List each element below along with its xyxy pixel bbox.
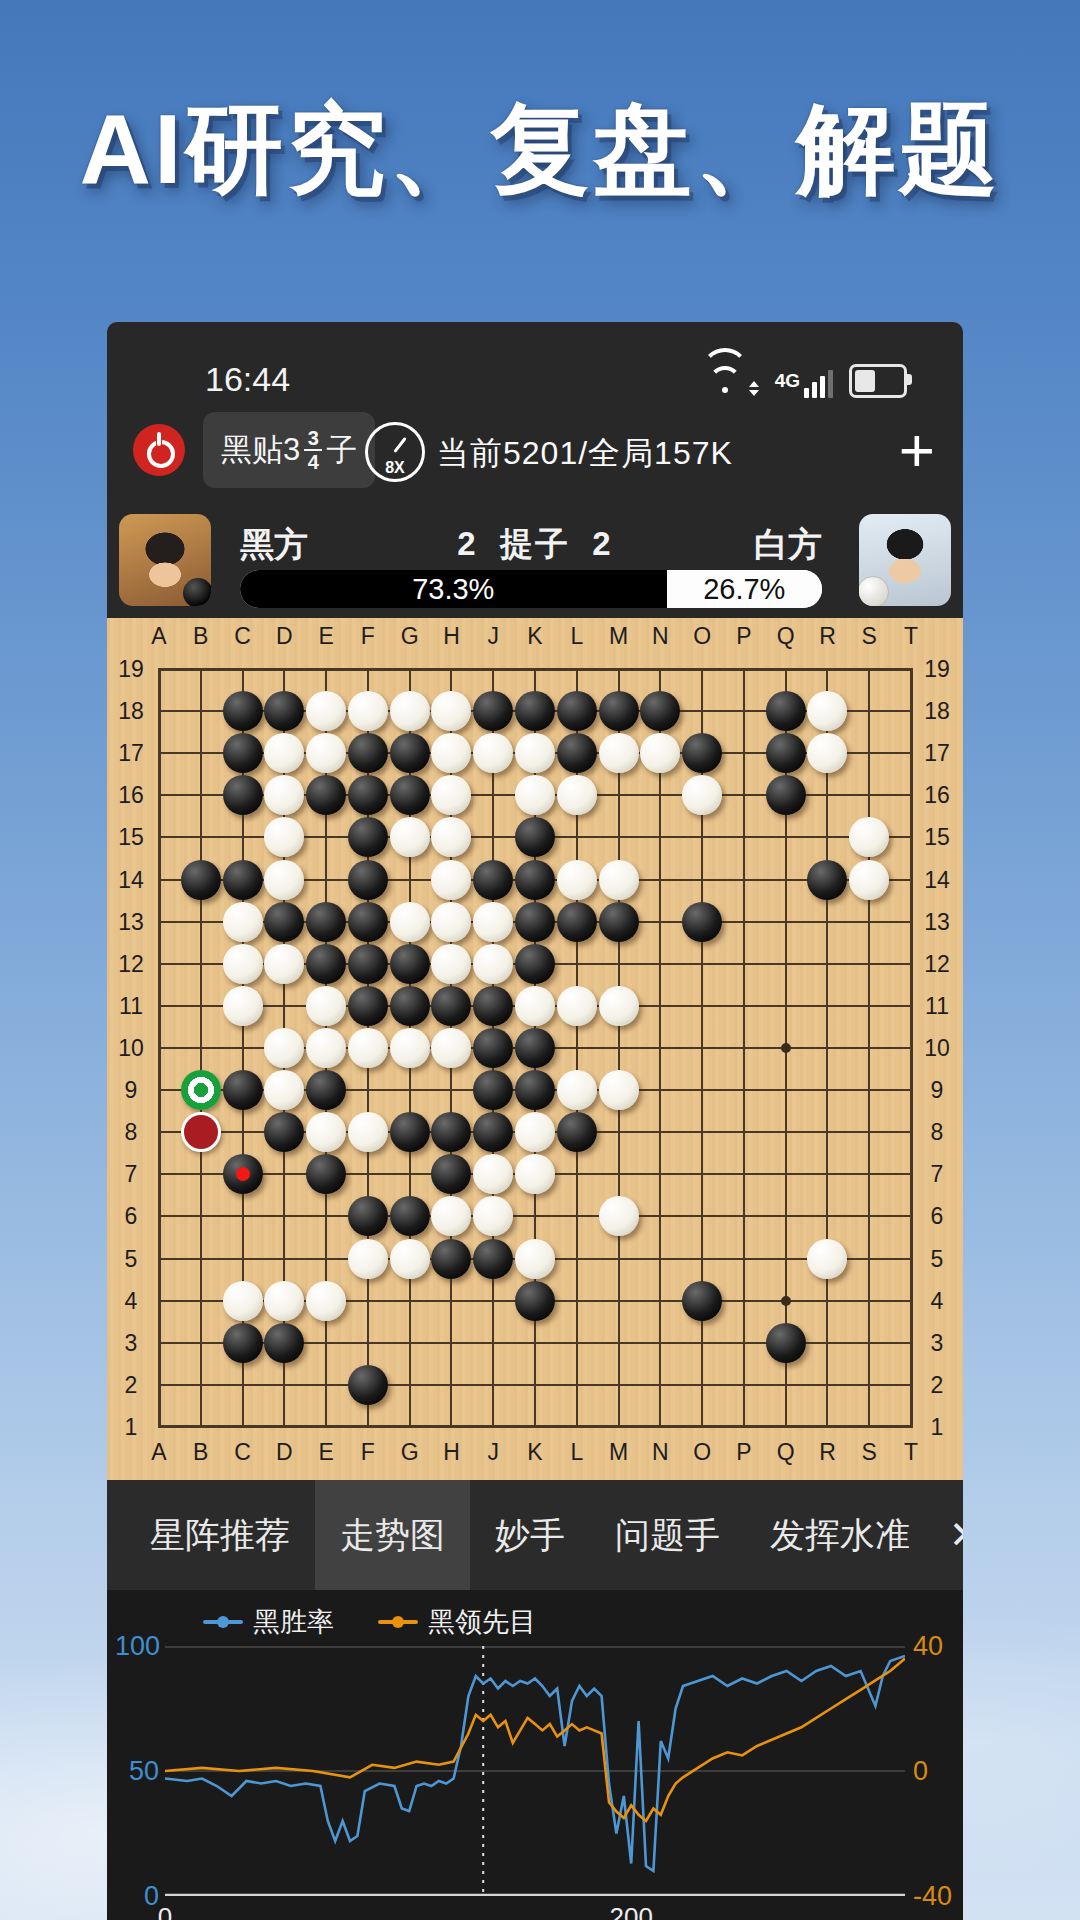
board-grid-line [158, 1425, 913, 1428]
black-stone [223, 691, 263, 731]
white-stone [264, 944, 304, 984]
black-stone [264, 902, 304, 942]
board-coordinate-label: H [443, 623, 460, 650]
board-coordinate-label: O [693, 1439, 711, 1466]
black-stone [348, 775, 388, 815]
black-stone [557, 1112, 597, 1152]
board-coordinate-label: E [318, 1439, 333, 1466]
board-coordinate-label: A [151, 1439, 166, 1466]
analysis-tabs: 星阵推荐走势图妙手问题手发挥水准✕ [107, 1480, 963, 1590]
board-coordinate-label: 1 [931, 1413, 944, 1440]
axis-tick-label: 0 [158, 1902, 172, 1920]
white-stone [264, 1028, 304, 1068]
black-stone [264, 1323, 304, 1363]
wifi-icon [705, 366, 745, 398]
board-coordinate-label: 5 [125, 1245, 138, 1272]
board-coordinate-label: A [151, 623, 166, 650]
white-stone [264, 860, 304, 900]
black-stone [515, 691, 555, 731]
black-stone [515, 944, 555, 984]
white-stone [431, 860, 471, 900]
white-stone [431, 691, 471, 731]
black-stone [223, 1323, 263, 1363]
black-stone [515, 1028, 555, 1068]
axis-tick-label: 40 [913, 1631, 963, 1662]
board-coordinate-label: C [234, 1439, 251, 1466]
white-stone [431, 733, 471, 773]
axis-tick-label: 0 [913, 1756, 963, 1787]
white-stone [473, 1154, 513, 1194]
board-coordinate-label: R [819, 623, 836, 650]
black-stone [473, 1239, 513, 1279]
black-stone [348, 733, 388, 773]
board-coordinate-label: 5 [931, 1245, 944, 1272]
board-coordinate-label: M [609, 623, 628, 650]
board-coordinate-label: 11 [119, 992, 143, 1019]
captures-label: 2 提子 2 [107, 522, 963, 567]
komi-fraction: 34 [304, 428, 322, 472]
white-stone [306, 1281, 346, 1321]
white-stone [515, 775, 555, 815]
white-stone [306, 733, 346, 773]
board-coordinate-label: 17 [924, 740, 950, 767]
black-stone [348, 986, 388, 1026]
last-move-marker [236, 1167, 250, 1181]
axis-tick-label: 200 [609, 1902, 652, 1920]
white-winrate-segment: 26.7% [667, 570, 822, 608]
white-stone [557, 860, 597, 900]
black-stone [264, 1112, 304, 1152]
black-stone [557, 902, 597, 942]
board-coordinate-label: L [570, 623, 583, 650]
legend-item: 黑领先目 [378, 1604, 536, 1640]
board-coordinate-label: B [193, 623, 208, 650]
white-player-name: 白方 [754, 522, 822, 568]
board-coordinate-label: B [193, 1439, 208, 1466]
board-coordinate-label: 18 [924, 698, 950, 725]
board-coordinate-label: 12 [924, 950, 950, 977]
board-coordinate-label: Q [777, 1439, 795, 1466]
white-stone [431, 1196, 471, 1236]
board-coordinate-label: 16 [118, 782, 144, 809]
board-grid-line [158, 1384, 913, 1386]
wifi-arrows-icon [749, 381, 759, 396]
board-coordinate-label: F [361, 1439, 375, 1466]
board-coordinate-label: J [487, 623, 499, 650]
black-stone [682, 902, 722, 942]
board-coordinate-label: D [276, 623, 293, 650]
white-stone [682, 775, 722, 815]
board-coordinate-label: P [736, 623, 751, 650]
komi-suffix: 子 [326, 429, 357, 471]
black-stone [473, 1070, 513, 1110]
board-coordinate-label: 15 [924, 824, 950, 851]
white-stone [306, 1028, 346, 1068]
close-panel-button[interactable]: ✕ [935, 1480, 963, 1590]
trend-chart-section: 黑胜率黑领先目 100500400-400200 [107, 1590, 963, 1920]
black-stone [306, 1070, 346, 1110]
white-stone [264, 817, 304, 857]
board-coordinate-label: 12 [118, 950, 144, 977]
white-stone [557, 775, 597, 815]
board-coordinate-label: 3 [931, 1329, 944, 1356]
black-stone [557, 733, 597, 773]
black-stone [599, 902, 639, 942]
white-stone [807, 691, 847, 731]
white-stone [849, 817, 889, 857]
black-stone [181, 860, 221, 900]
board-coordinate-label: 8 [125, 1119, 138, 1146]
white-stone [348, 691, 388, 731]
black-stone [306, 902, 346, 942]
white-stone [348, 1028, 388, 1068]
tab-问题手[interactable]: 问题手 [590, 1480, 745, 1590]
white-stone [599, 860, 639, 900]
axis-tick-label: 50 [115, 1756, 159, 1787]
white-stone [264, 775, 304, 815]
board-coordinate-label: 16 [924, 782, 950, 809]
series-黑领先目 [165, 1659, 905, 1822]
black-stone [473, 691, 513, 731]
board-coordinate-label: J [487, 1439, 499, 1466]
black-stone [515, 1070, 555, 1110]
board-coordinate-label: 3 [125, 1329, 138, 1356]
komi-prefix: 黑贴3 [221, 429, 300, 471]
legend-item: 黑胜率 [203, 1604, 334, 1640]
board-coordinate-label: 2 [125, 1371, 138, 1398]
black-stone-badge [183, 578, 211, 606]
board-coordinate-label: 13 [924, 908, 950, 935]
komi-button[interactable]: 黑贴3 34 子 [203, 412, 375, 488]
board-coordinate-label: 19 [118, 656, 144, 683]
white-stone-badge [859, 576, 889, 606]
cellular-signal-icon: 4G [775, 370, 833, 398]
board-coordinate-label: 1 [125, 1413, 138, 1440]
black-stone [390, 1196, 430, 1236]
white-stone [515, 1239, 555, 1279]
board-coordinate-label: O [693, 623, 711, 650]
black-stone [431, 1112, 471, 1152]
tab-发挥水准[interactable]: 发挥水准 [745, 1480, 935, 1590]
black-stone [766, 691, 806, 731]
tab-走势图[interactable]: 走势图 [315, 1480, 470, 1590]
white-stone [390, 691, 430, 731]
banner-title: AI研究、复盘、解题 [0, 84, 1080, 217]
board-coordinate-label: M [609, 1439, 628, 1466]
board-coordinate-label: D [276, 1439, 293, 1466]
white-stone [515, 986, 555, 1026]
board-coordinate-label: G [401, 623, 419, 650]
axis-tick-label: 100 [115, 1631, 159, 1662]
white-stone [515, 1154, 555, 1194]
board-grid-line [826, 668, 828, 1429]
black-stone [390, 1112, 430, 1152]
white-stone [599, 1070, 639, 1110]
black-stone [473, 986, 513, 1026]
black-stone [223, 733, 263, 773]
speed-gauge-icon[interactable]: 8X [365, 422, 425, 482]
winrate-bar: 73.3% 26.7% [240, 570, 822, 608]
board-coordinate-label: F [361, 623, 375, 650]
black-stone [390, 733, 430, 773]
tab-星阵推荐[interactable]: 星阵推荐 [125, 1480, 315, 1590]
board-coordinate-label: S [862, 623, 877, 650]
chart-plot [165, 1646, 905, 1896]
white-stone [223, 902, 263, 942]
black-stone [766, 733, 806, 773]
white-stone [557, 986, 597, 1026]
board-coordinate-label: 10 [118, 1034, 144, 1061]
white-stone [390, 1239, 430, 1279]
players-bar: 黑方 2 提子 2 白方 73.3% 26.7% [107, 514, 963, 618]
white-stone [599, 986, 639, 1026]
black-stone [348, 1365, 388, 1405]
black-stone [515, 902, 555, 942]
add-button[interactable]: + [899, 412, 935, 488]
white-stone [807, 733, 847, 773]
white-stone [223, 986, 263, 1026]
board-coordinate-label: 13 [118, 908, 144, 935]
white-stone [264, 733, 304, 773]
board-coordinate-label: H [443, 1439, 460, 1466]
board-coordinate-label: 14 [924, 866, 950, 893]
star-point [781, 1296, 791, 1306]
black-stone [515, 860, 555, 900]
board-coordinate-label: 2 [931, 1371, 944, 1398]
black-stone [431, 1154, 471, 1194]
board-coordinate-label: 7 [931, 1161, 944, 1188]
white-stone [599, 733, 639, 773]
board-coordinate-label: 6 [125, 1203, 138, 1230]
black-winrate-segment: 73.3% [240, 570, 667, 608]
black-stone [306, 775, 346, 815]
white-stone [640, 733, 680, 773]
ai-suggestion-marker [181, 1070, 221, 1110]
board-coordinate-label: 14 [118, 866, 144, 893]
black-stone [431, 986, 471, 1026]
black-stone [473, 860, 513, 900]
move-progress-label: 当前5201/全局157K [437, 432, 733, 476]
status-time: 16:44 [205, 360, 290, 399]
board-coordinate-label: Q [777, 623, 795, 650]
board-coordinate-label: 11 [925, 992, 949, 1019]
board-coordinate-label: S [862, 1439, 877, 1466]
black-stone [682, 1281, 722, 1321]
black-stone [640, 691, 680, 731]
red-move-marker [181, 1112, 221, 1152]
board-coordinate-label: T [904, 623, 918, 650]
board-coordinate-label: N [652, 1439, 669, 1466]
go-board[interactable]: AA1919BB1818CC1717DD1616EE1515FF1414GG13… [107, 618, 963, 1480]
board-coordinate-label: C [234, 623, 251, 650]
white-stone [306, 691, 346, 731]
black-stone [348, 1196, 388, 1236]
board-coordinate-label: 17 [118, 740, 144, 767]
board-coordinate-label: K [527, 623, 542, 650]
axis-tick-label: -40 [913, 1881, 963, 1912]
white-stone [390, 1028, 430, 1068]
black-stone [223, 860, 263, 900]
tab-妙手[interactable]: 妙手 [470, 1480, 590, 1590]
board-coordinate-label: 19 [924, 656, 950, 683]
board-coordinate-label: N [652, 623, 669, 650]
black-stone [223, 1070, 263, 1110]
board-grid-line [659, 668, 661, 1429]
white-stone [264, 1281, 304, 1321]
white-stone [431, 944, 471, 984]
status-icons: 4G [705, 362, 907, 398]
white-stone [599, 1196, 639, 1236]
board-coordinate-label: 18 [118, 698, 144, 725]
black-stone [348, 860, 388, 900]
white-stone [473, 1196, 513, 1236]
board-coordinate-label: 15 [118, 824, 144, 851]
white-stone [223, 1281, 263, 1321]
black-stone [807, 860, 847, 900]
black-stone [431, 1239, 471, 1279]
black-stone [223, 775, 263, 815]
board-coordinate-label: G [401, 1439, 419, 1466]
black-stone [599, 691, 639, 731]
black-stone [348, 902, 388, 942]
black-stone [390, 986, 430, 1026]
page-background: AI研究、复盘、解题 16:44 4G 黑贴3 34 子 [0, 0, 1080, 1920]
white-stone [431, 1028, 471, 1068]
black-stone [348, 944, 388, 984]
board-grid-line [743, 668, 745, 1429]
black-stone [473, 1112, 513, 1152]
black-stone [766, 1323, 806, 1363]
black-stone [557, 691, 597, 731]
black-stone [515, 817, 555, 857]
board-coordinate-label: 7 [125, 1161, 138, 1188]
black-stone [306, 944, 346, 984]
star-point [781, 1043, 791, 1053]
board-coordinate-label: 9 [931, 1077, 944, 1104]
board-coordinate-label: K [527, 1439, 542, 1466]
board-coordinate-label: 10 [924, 1034, 950, 1061]
white-stone [390, 902, 430, 942]
black-stone [515, 1281, 555, 1321]
white-stone [306, 986, 346, 1026]
white-stone [348, 1239, 388, 1279]
board-coordinate-label: 6 [931, 1203, 944, 1230]
board-coordinate-label: 8 [931, 1119, 944, 1146]
black-stone [348, 817, 388, 857]
white-stone [390, 817, 430, 857]
board-grid-line [618, 668, 620, 1429]
white-stone [557, 1070, 597, 1110]
battery-icon [849, 364, 907, 398]
board-coordinate-label: 9 [125, 1077, 138, 1104]
board-grid-line [868, 668, 870, 1429]
white-stone [223, 944, 263, 984]
board-grid-line [910, 668, 913, 1429]
board-grid-line [158, 1215, 913, 1217]
app-screenshot: 16:44 4G 黑贴3 34 子 8X [107, 322, 963, 1920]
board-coordinate-label: 4 [125, 1287, 138, 1314]
white-stone [473, 944, 513, 984]
black-stone [264, 691, 304, 731]
toolbar: 黑贴3 34 子 8X 当前5201/全局157K + [107, 410, 963, 514]
board-coordinate-label: T [904, 1439, 918, 1466]
white-stone [431, 775, 471, 815]
board-coordinate-label: 4 [931, 1287, 944, 1314]
white-stone [431, 817, 471, 857]
black-stone [473, 1028, 513, 1068]
series-黑胜率 [165, 1656, 905, 1871]
power-button[interactable] [133, 424, 185, 476]
white-stone [348, 1112, 388, 1152]
white-stone [431, 902, 471, 942]
white-stone [515, 1112, 555, 1152]
black-stone [766, 775, 806, 815]
black-stone [682, 733, 722, 773]
white-stone [807, 1239, 847, 1279]
axis-tick-label: 0 [115, 1881, 159, 1912]
white-stone [306, 1112, 346, 1152]
black-stone [390, 944, 430, 984]
white-stone [264, 1070, 304, 1110]
board-coordinate-label: P [736, 1439, 751, 1466]
white-stone [849, 860, 889, 900]
board-coordinate-label: R [819, 1439, 836, 1466]
white-stone [473, 733, 513, 773]
board-coordinate-label: E [318, 623, 333, 650]
chart-legend: 黑胜率黑领先目 [203, 1604, 536, 1640]
white-stone [473, 902, 513, 942]
black-stone [306, 1154, 346, 1194]
black-stone [390, 775, 430, 815]
white-stone [515, 733, 555, 773]
board-coordinate-label: L [570, 1439, 583, 1466]
